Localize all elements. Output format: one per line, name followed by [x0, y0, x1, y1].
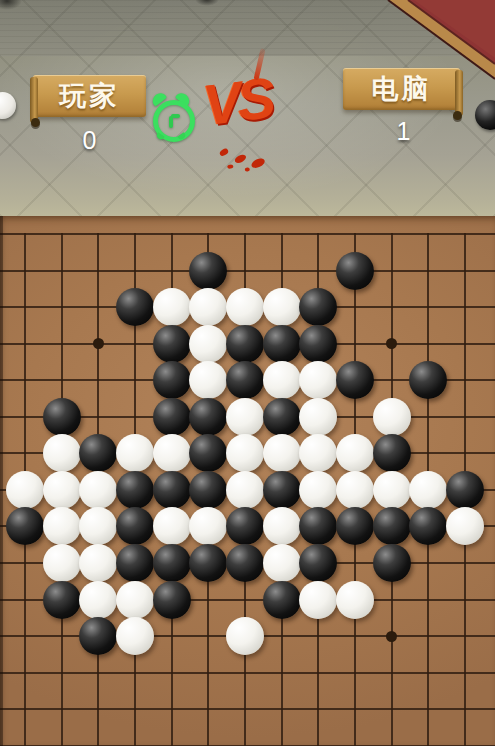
stone-white: [373, 398, 411, 436]
stone-white: [299, 398, 337, 436]
scroll-roll: [455, 70, 463, 116]
stone-black: [43, 398, 81, 436]
stone-white: [43, 544, 81, 582]
vs-badge: VS: [200, 67, 298, 177]
stone-white: [43, 507, 81, 545]
stone-black: [6, 507, 44, 545]
stone-white: [116, 617, 154, 655]
stone-white: [263, 288, 301, 326]
stone-black: [79, 617, 117, 655]
stone-black: [153, 361, 191, 399]
stone-black: [263, 471, 301, 509]
stone-black: [116, 544, 154, 582]
stone-white: [226, 398, 264, 436]
stone-white: [299, 434, 337, 472]
stone-white: [226, 434, 264, 472]
stone-black: [263, 325, 301, 363]
stone-black: [189, 471, 227, 509]
player-banner: 玩家: [33, 75, 146, 117]
stone-black: [116, 288, 154, 326]
star-point: [386, 631, 397, 642]
stone-black: [409, 507, 447, 545]
stone-black: [336, 252, 374, 290]
stone-black: [226, 325, 264, 363]
stone-black: [79, 434, 117, 472]
computer-score: 1: [345, 117, 462, 146]
stone-white: [189, 507, 227, 545]
stone-white: [299, 581, 337, 619]
stone-white: [189, 361, 227, 399]
stone-black: [299, 507, 337, 545]
stone-black: [373, 434, 411, 472]
stone-white: [263, 361, 301, 399]
stone-white: [226, 471, 264, 509]
stone-black: [446, 471, 484, 509]
stone-white: [79, 581, 117, 619]
stone-black: [116, 471, 154, 509]
stone-white: [6, 471, 44, 509]
stone-white: [226, 288, 264, 326]
paint-splatter: [227, 164, 233, 169]
stone-white: [226, 617, 264, 655]
stone-white: [446, 507, 484, 545]
player-score: 0: [33, 126, 146, 155]
stone-black: [373, 544, 411, 582]
stone-white: [336, 434, 374, 472]
stone-black: [226, 544, 264, 582]
stone-black: [116, 507, 154, 545]
stone-black: [299, 325, 337, 363]
stone-white: [263, 544, 301, 582]
stone-white: [116, 581, 154, 619]
stone-black: [409, 361, 447, 399]
stone-black: [299, 544, 337, 582]
paint-splatter: [219, 147, 230, 157]
scroll-roll: [30, 77, 38, 123]
timer-clock-icon: [148, 94, 194, 140]
stone-black: [43, 581, 81, 619]
stone-white: [116, 434, 154, 472]
stone-black: [226, 507, 264, 545]
stone-black: [153, 398, 191, 436]
stone-white: [79, 544, 117, 582]
stone-black: [153, 581, 191, 619]
stone-white: [263, 507, 301, 545]
stone-white: [189, 288, 227, 326]
computer-banner: 电脑: [343, 68, 460, 110]
grid-line-h: [0, 672, 495, 674]
stone-black: [189, 398, 227, 436]
stone-white: [79, 471, 117, 509]
scoreboard-header: 玩家 0 VS 电脑 1: [0, 0, 495, 216]
stone-white: [299, 471, 337, 509]
vs-label: VS: [200, 65, 275, 137]
computer-name-label: 电脑: [372, 71, 432, 107]
stone-white: [299, 361, 337, 399]
game-board[interactable]: 九游: [0, 216, 495, 746]
stone-white: [43, 471, 81, 509]
stone-white: [79, 507, 117, 545]
stone-white: [43, 434, 81, 472]
stone-white: [409, 471, 447, 509]
star-point: [386, 338, 397, 349]
stone-white: [373, 471, 411, 509]
stone-white: [189, 325, 227, 363]
star-point: [93, 338, 104, 349]
stone-black: [336, 507, 374, 545]
stone-black: [263, 581, 301, 619]
stone-black: [189, 434, 227, 472]
screen-edge-shade: [0, 216, 3, 746]
stone-black: [189, 252, 227, 290]
stone-white: [153, 288, 191, 326]
stone-white: [336, 581, 374, 619]
paint-splatter: [250, 157, 266, 170]
grid-line-h: [0, 708, 495, 710]
stone-black: [153, 325, 191, 363]
player-name-label: 玩家: [60, 78, 120, 114]
clock-hour-hand: [171, 114, 180, 118]
grid-line-h: [0, 233, 495, 235]
stone-black: [336, 361, 374, 399]
paint-splatter: [245, 167, 250, 172]
stone-white: [336, 471, 374, 509]
paint-splatter: [233, 153, 247, 165]
stone-black: [189, 544, 227, 582]
stone-black: [299, 288, 337, 326]
game-screen: 玩家 0 VS 电脑 1: [0, 0, 495, 746]
stone-black: [373, 507, 411, 545]
stone-black: [153, 544, 191, 582]
stone-white: [153, 434, 191, 472]
stone-black: [153, 471, 191, 509]
grid-line-h: [0, 270, 495, 272]
stone-black: [226, 361, 264, 399]
stone-white: [153, 507, 191, 545]
stone-white: [263, 434, 301, 472]
stone-black: [263, 398, 301, 436]
